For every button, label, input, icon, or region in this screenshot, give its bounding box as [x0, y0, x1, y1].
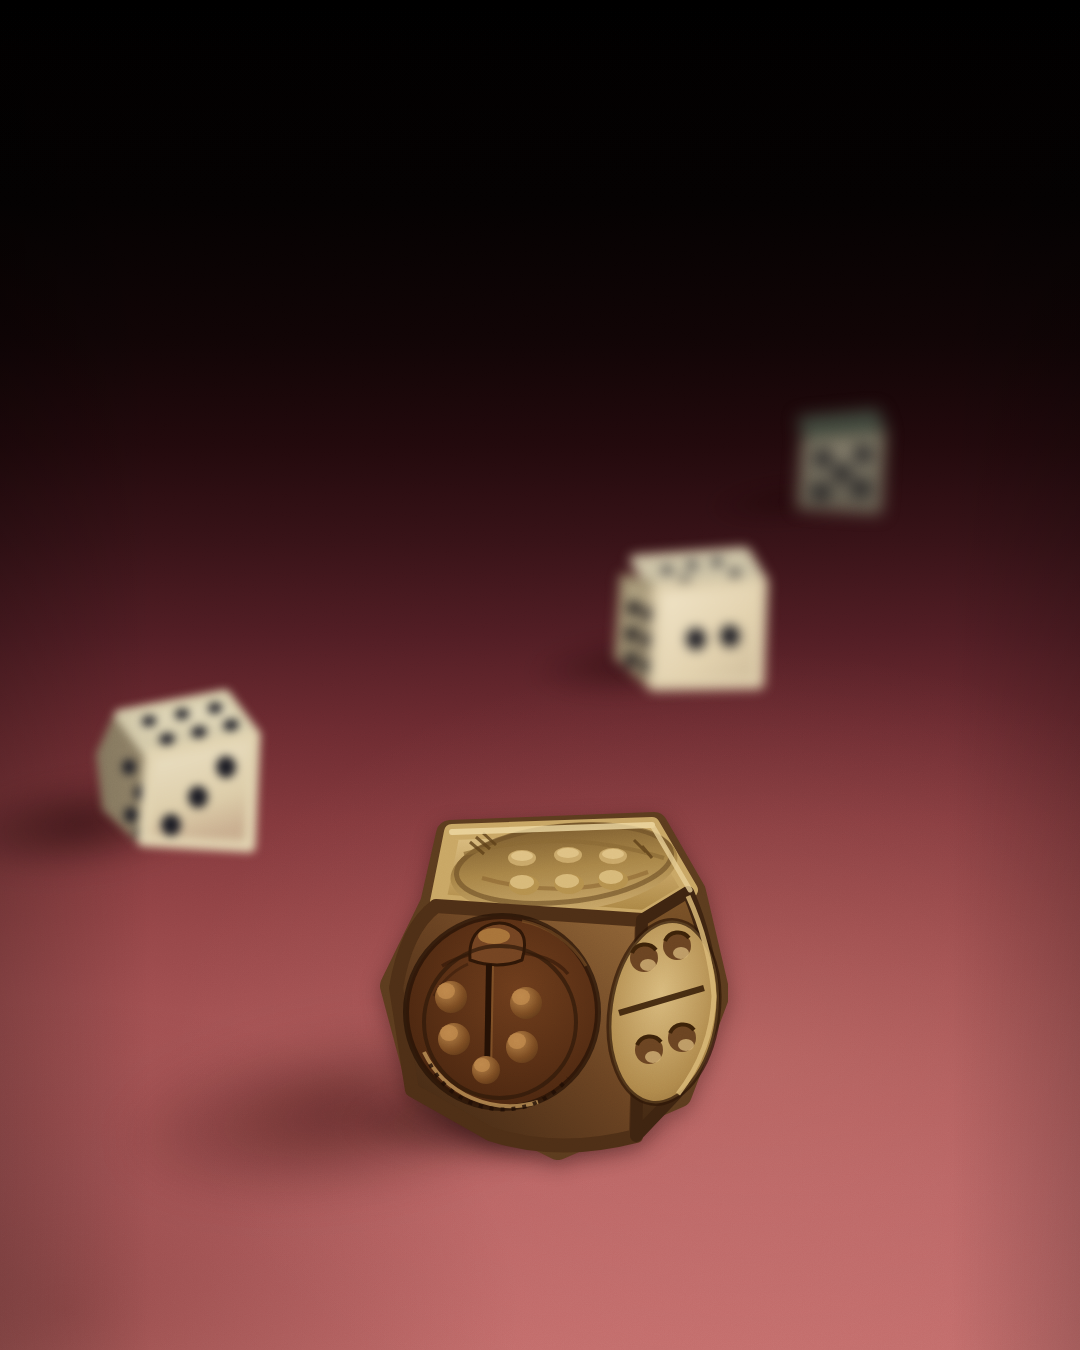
photo-scene	[0, 0, 1080, 1350]
vignette-overlay	[0, 0, 1080, 1350]
